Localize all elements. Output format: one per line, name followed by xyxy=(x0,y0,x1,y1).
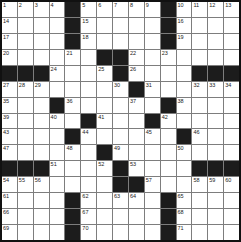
clue-number: 70 xyxy=(82,225,88,232)
cell-r11c11[interactable] xyxy=(177,177,192,192)
cell-r3c8[interactable]: 22 xyxy=(129,50,144,65)
clue-number: 58 xyxy=(193,177,199,184)
cell-r14c13[interactable] xyxy=(208,225,223,240)
clue-number: 62 xyxy=(82,193,88,200)
cell-r6c2[interactable] xyxy=(34,98,49,113)
cell-r0c2[interactable]: 3 xyxy=(34,2,49,17)
cell-r7c11[interactable] xyxy=(177,114,192,129)
cell-r9c3[interactable] xyxy=(50,145,65,160)
cell-r12c8[interactable]: 64 xyxy=(129,193,144,208)
clue-number: 31 xyxy=(146,82,152,89)
block-cell-r10c13 xyxy=(208,161,223,176)
cell-r6c11[interactable]: 38 xyxy=(177,98,192,113)
cell-r8c8[interactable] xyxy=(129,129,144,144)
block-cell-r11c8 xyxy=(129,177,144,192)
cell-r4c3[interactable]: 24 xyxy=(50,66,65,81)
clue-number: 12 xyxy=(209,2,215,9)
clue-number: 59 xyxy=(209,177,215,184)
clue-number: 33 xyxy=(209,82,215,89)
clue-number: 24 xyxy=(51,66,57,73)
clue-number: 65 xyxy=(178,193,184,200)
clue-number: 13 xyxy=(225,2,231,9)
cell-r5c10[interactable] xyxy=(161,82,176,97)
clue-number: 64 xyxy=(130,193,136,200)
clue-number: 38 xyxy=(178,98,184,105)
cell-r5c7[interactable]: 30 xyxy=(113,82,128,97)
block-cell-r10c12 xyxy=(192,161,207,176)
cell-r6c14[interactable] xyxy=(224,98,239,113)
block-cell-r10c1 xyxy=(18,161,33,176)
cell-r8c6[interactable] xyxy=(97,129,112,144)
cell-r1c8[interactable] xyxy=(129,18,144,33)
cell-r11c0[interactable]: 54 xyxy=(2,177,17,192)
cell-r14c3[interactable] xyxy=(50,225,65,240)
clue-number: 39 xyxy=(3,114,9,121)
cell-r13c0[interactable]: 66 xyxy=(2,209,17,224)
cell-r9c0[interactable]: 47 xyxy=(2,145,17,160)
cell-r14c5[interactable]: 70 xyxy=(81,225,96,240)
cell-r5c0[interactable]: 27 xyxy=(2,82,17,97)
cell-r13c2[interactable] xyxy=(34,209,49,224)
clue-number: 44 xyxy=(82,129,88,136)
clue-number: 19 xyxy=(178,34,184,41)
clue-number: 8 xyxy=(130,2,133,9)
clue-number: 11 xyxy=(193,2,199,9)
clue-number: 28 xyxy=(19,82,25,89)
block-cell-r4c0 xyxy=(2,66,17,81)
cell-r8c2[interactable] xyxy=(34,129,49,144)
cell-r11c12[interactable]: 58 xyxy=(192,177,207,192)
cell-r3c4[interactable]: 21 xyxy=(65,50,80,65)
clue-number: 6 xyxy=(98,2,101,9)
clue-number: 53 xyxy=(130,161,136,168)
cell-r1c9[interactable] xyxy=(145,18,160,33)
block-cell-r7c9 xyxy=(145,114,160,129)
block-cell-r14c10 xyxy=(161,225,176,240)
cell-r1c11[interactable]: 16 xyxy=(177,18,192,33)
cell-r13c14[interactable] xyxy=(224,209,239,224)
cell-r1c13[interactable] xyxy=(208,18,223,33)
clue-number: 55 xyxy=(19,177,25,184)
cell-r1c3[interactable] xyxy=(50,18,65,33)
block-cell-r0c10 xyxy=(161,2,176,17)
cell-r14c8[interactable] xyxy=(129,225,144,240)
cell-r5c13[interactable]: 33 xyxy=(208,82,223,97)
clue-number: 51 xyxy=(51,161,57,168)
cell-r6c9[interactable] xyxy=(145,98,160,113)
cell-r10c9[interactable] xyxy=(145,161,160,176)
cell-r5c5[interactable] xyxy=(81,82,96,97)
block-cell-r8c4 xyxy=(65,129,80,144)
cell-r8c1[interactable] xyxy=(18,129,33,144)
cell-r3c1[interactable] xyxy=(18,50,33,65)
clue-number: 41 xyxy=(98,114,104,121)
cell-r3c14[interactable] xyxy=(224,50,239,65)
cell-r12c0[interactable]: 61 xyxy=(2,193,17,208)
cell-r0c1[interactable]: 2 xyxy=(18,2,33,17)
cell-r12c7[interactable]: 63 xyxy=(113,193,128,208)
cell-r9c7[interactable]: 49 xyxy=(113,145,128,160)
clue-number: 49 xyxy=(114,145,120,152)
cell-r3c12[interactable] xyxy=(192,50,207,65)
clue-number: 37 xyxy=(130,98,136,105)
cell-r1c7[interactable] xyxy=(113,18,128,33)
clue-number: 4 xyxy=(51,2,54,9)
cell-r10c5[interactable] xyxy=(81,161,96,176)
cell-r7c4[interactable] xyxy=(65,114,80,129)
cell-r11c14[interactable]: 60 xyxy=(224,177,239,192)
cell-r9c4[interactable]: 48 xyxy=(65,145,80,160)
cell-r5c2[interactable]: 29 xyxy=(34,82,49,97)
cell-r10c11[interactable] xyxy=(177,161,192,176)
clue-number: 61 xyxy=(3,193,9,200)
clue-number: 42 xyxy=(162,114,168,121)
clue-number: 16 xyxy=(178,18,184,25)
cell-r2c9[interactable] xyxy=(145,34,160,49)
cell-r6c6[interactable] xyxy=(97,98,112,113)
block-cell-r5c8 xyxy=(129,82,144,97)
block-cell-r3c7 xyxy=(113,50,128,65)
block-cell-r13c10 xyxy=(161,209,176,224)
clue-number: 30 xyxy=(114,82,120,89)
crossword-grid: 1234567891011121314151617181920212223242… xyxy=(0,0,241,242)
cell-r10c10[interactable] xyxy=(161,161,176,176)
clue-number: 34 xyxy=(225,82,231,89)
clue-number: 32 xyxy=(193,82,199,89)
clue-number: 17 xyxy=(3,34,9,41)
clue-number: 9 xyxy=(146,2,149,9)
cell-r5c1[interactable]: 28 xyxy=(18,82,33,97)
cell-r0c8[interactable]: 8 xyxy=(129,2,144,17)
cell-r12c5[interactable]: 62 xyxy=(81,193,96,208)
cell-r0c5[interactable]: 5 xyxy=(81,2,96,17)
cell-r4c8[interactable]: 26 xyxy=(129,66,144,81)
cell-r3c9[interactable] xyxy=(145,50,160,65)
cell-r9c2[interactable] xyxy=(34,145,49,160)
cell-r12c14[interactable] xyxy=(224,193,239,208)
block-cell-r9c6 xyxy=(97,145,112,160)
block-cell-r10c7 xyxy=(113,161,128,176)
clue-number: 25 xyxy=(98,66,104,73)
cell-r6c7[interactable] xyxy=(113,98,128,113)
cell-r2c13[interactable] xyxy=(208,34,223,49)
clue-number: 50 xyxy=(178,145,184,152)
cell-r6c1[interactable] xyxy=(18,98,33,113)
clue-number: 10 xyxy=(178,2,184,9)
cell-r8c0[interactable]: 43 xyxy=(2,129,17,144)
cell-r14c12[interactable] xyxy=(192,225,207,240)
cell-r4c9[interactable] xyxy=(145,66,160,81)
cell-r0c9[interactable]: 9 xyxy=(145,2,160,17)
cell-r8c3[interactable] xyxy=(50,129,65,144)
cell-r13c11[interactable]: 68 xyxy=(177,209,192,224)
block-cell-r13c4 xyxy=(65,209,80,224)
cell-r14c0[interactable]: 69 xyxy=(2,225,17,240)
clue-number: 2 xyxy=(19,2,22,9)
cell-r13c3[interactable] xyxy=(50,209,65,224)
cell-r4c11[interactable] xyxy=(177,66,192,81)
cell-r3c5[interactable] xyxy=(81,50,96,65)
cell-r0c11[interactable]: 10 xyxy=(177,2,192,17)
clue-number: 45 xyxy=(146,129,152,136)
cell-r10c4[interactable] xyxy=(65,161,80,176)
clue-number: 56 xyxy=(35,177,41,184)
cell-r14c14[interactable] xyxy=(224,225,239,240)
clue-number: 68 xyxy=(178,209,184,216)
cell-r3c11[interactable] xyxy=(177,50,192,65)
cell-r14c11[interactable]: 71 xyxy=(177,225,192,240)
cell-r13c8[interactable] xyxy=(129,209,144,224)
clue-number: 22 xyxy=(130,50,136,57)
cell-r8c9[interactable]: 45 xyxy=(145,129,160,144)
cell-r2c2[interactable] xyxy=(34,34,49,49)
clue-number: 48 xyxy=(66,145,72,152)
cell-r0c6[interactable]: 6 xyxy=(97,2,112,17)
cell-r2c3[interactable] xyxy=(50,34,65,49)
cell-r5c11[interactable] xyxy=(177,82,192,97)
cell-r2c14[interactable] xyxy=(224,34,239,49)
clue-number: 1 xyxy=(3,2,6,9)
cell-r12c1[interactable] xyxy=(18,193,33,208)
clue-number: 46 xyxy=(193,129,199,136)
cell-r6c5[interactable] xyxy=(81,98,96,113)
block-cell-r0c4 xyxy=(65,2,80,17)
cell-r10c6[interactable]: 52 xyxy=(97,161,112,176)
clue-number: 40 xyxy=(51,114,57,121)
cell-r5c12[interactable]: 32 xyxy=(192,82,207,97)
clue-number: 21 xyxy=(66,50,72,57)
cell-r12c11[interactable]: 65 xyxy=(177,193,192,208)
cell-r7c2[interactable] xyxy=(34,114,49,129)
cell-r14c2[interactable] xyxy=(34,225,49,240)
cell-r8c5[interactable]: 44 xyxy=(81,129,96,144)
cell-r9c10[interactable] xyxy=(161,145,176,160)
cell-r13c13[interactable] xyxy=(208,209,223,224)
block-cell-r4c7 xyxy=(113,66,128,81)
cell-r7c1[interactable] xyxy=(18,114,33,129)
block-cell-r7c5 xyxy=(81,114,96,129)
block-cell-r1c10 xyxy=(161,18,176,33)
cell-r6c12[interactable] xyxy=(192,98,207,113)
cell-r13c5[interactable]: 67 xyxy=(81,209,96,224)
block-cell-r4c2 xyxy=(34,66,49,81)
block-cell-r3c6 xyxy=(97,50,112,65)
cell-r12c2[interactable] xyxy=(34,193,49,208)
clue-number: 63 xyxy=(114,193,120,200)
block-cell-r4c12 xyxy=(192,66,207,81)
clue-number: 18 xyxy=(82,34,88,41)
cell-r12c6[interactable] xyxy=(97,193,112,208)
block-cell-r12c4 xyxy=(65,193,80,208)
cell-r2c12[interactable] xyxy=(192,34,207,49)
cell-r3c13[interactable] xyxy=(208,50,223,65)
block-cell-r10c0 xyxy=(2,161,17,176)
block-cell-r6c3 xyxy=(50,98,65,113)
cell-r2c0[interactable]: 17 xyxy=(2,34,17,49)
cell-r7c3[interactable]: 40 xyxy=(50,114,65,129)
clue-number: 26 xyxy=(130,66,136,73)
clue-number: 3 xyxy=(35,2,38,9)
cell-r6c13[interactable] xyxy=(208,98,223,113)
cell-r0c3[interactable]: 4 xyxy=(50,2,65,17)
cell-r1c5[interactable]: 15 xyxy=(81,18,96,33)
cell-r11c10[interactable] xyxy=(161,177,176,192)
crossword-puzzle: 1234567891011121314151617181920212223242… xyxy=(0,0,241,242)
clue-number: 5 xyxy=(82,2,85,9)
cell-r5c4[interactable] xyxy=(65,82,80,97)
clue-number: 67 xyxy=(82,209,88,216)
cell-r11c5[interactable] xyxy=(81,177,96,192)
cell-r1c2[interactable] xyxy=(34,18,49,33)
block-cell-r4c1 xyxy=(18,66,33,81)
cell-r2c8[interactable] xyxy=(129,34,144,49)
cell-r7c10[interactable]: 42 xyxy=(161,114,176,129)
cell-r5c3[interactable] xyxy=(50,82,65,97)
cell-r8c13[interactable] xyxy=(208,129,223,144)
cell-r0c13[interactable]: 12 xyxy=(208,2,223,17)
cell-r5c14[interactable]: 34 xyxy=(224,82,239,97)
clue-number: 14 xyxy=(3,18,9,25)
block-cell-r4c13 xyxy=(208,66,223,81)
clue-number: 69 xyxy=(3,225,9,232)
cell-r4c5[interactable] xyxy=(81,66,96,81)
cell-r14c6[interactable] xyxy=(97,225,112,240)
cell-r14c1[interactable] xyxy=(18,225,33,240)
cell-r13c1[interactable] xyxy=(18,209,33,224)
cell-r2c5[interactable]: 18 xyxy=(81,34,96,49)
cell-r9c9[interactable] xyxy=(145,145,160,160)
cell-r12c13[interactable] xyxy=(208,193,223,208)
cell-r9c5[interactable] xyxy=(81,145,96,160)
cell-r4c4[interactable] xyxy=(65,66,80,81)
cell-r13c6[interactable] xyxy=(97,209,112,224)
cell-r8c10[interactable] xyxy=(161,129,176,144)
cell-r4c10[interactable] xyxy=(161,66,176,81)
clue-number: 47 xyxy=(3,145,9,152)
cell-r11c3[interactable] xyxy=(50,177,65,192)
clue-number: 57 xyxy=(146,177,152,184)
cell-r2c11[interactable]: 19 xyxy=(177,34,192,49)
cell-r13c9[interactable] xyxy=(145,209,160,224)
clue-number: 60 xyxy=(225,177,231,184)
cell-r14c9[interactable] xyxy=(145,225,160,240)
cell-r3c0[interactable]: 20 xyxy=(2,50,17,65)
cell-r0c0[interactable]: 1 xyxy=(2,2,17,17)
cell-r7c6[interactable]: 41 xyxy=(97,114,112,129)
cell-r3c10[interactable]: 23 xyxy=(161,50,176,65)
cell-r7c0[interactable]: 39 xyxy=(2,114,17,129)
block-cell-r6c10 xyxy=(161,98,176,113)
block-cell-r2c10 xyxy=(161,34,176,49)
cell-r6c8[interactable]: 37 xyxy=(129,98,144,113)
cell-r11c6[interactable] xyxy=(97,177,112,192)
block-cell-r11c7 xyxy=(113,177,128,192)
cell-r7c12[interactable] xyxy=(192,114,207,129)
clue-number: 66 xyxy=(3,209,9,216)
cell-r1c6[interactable] xyxy=(97,18,112,33)
cell-r0c14[interactable]: 13 xyxy=(224,2,239,17)
cell-r9c14[interactable] xyxy=(224,145,239,160)
block-cell-r4c14 xyxy=(224,66,239,81)
cell-r8c14[interactable] xyxy=(224,129,239,144)
clue-number: 7 xyxy=(114,2,117,9)
clue-number: 29 xyxy=(35,82,41,89)
cell-r9c8[interactable] xyxy=(129,145,144,160)
block-cell-r1c4 xyxy=(65,18,80,33)
clue-number: 15 xyxy=(82,18,88,25)
cell-r8c7[interactable] xyxy=(113,129,128,144)
cell-r9c1[interactable] xyxy=(18,145,33,160)
cell-r12c12[interactable] xyxy=(192,193,207,208)
cell-r11c9[interactable]: 57 xyxy=(145,177,160,192)
cell-r13c12[interactable] xyxy=(192,209,207,224)
block-cell-r8c11 xyxy=(177,129,192,144)
block-cell-r10c2 xyxy=(34,161,49,176)
cell-r13c7[interactable] xyxy=(113,209,128,224)
cell-r11c2[interactable]: 56 xyxy=(34,177,49,192)
cell-r10c3[interactable]: 51 xyxy=(50,161,65,176)
clue-number: 23 xyxy=(162,50,168,57)
cell-r0c12[interactable]: 11 xyxy=(192,2,207,17)
cell-r9c11[interactable]: 50 xyxy=(177,145,192,160)
block-cell-r12c10 xyxy=(161,193,176,208)
cell-r11c1[interactable]: 55 xyxy=(18,177,33,192)
cell-r7c8[interactable] xyxy=(129,114,144,129)
clue-number: 20 xyxy=(3,50,9,57)
cell-r12c3[interactable] xyxy=(50,193,65,208)
cell-r8c12[interactable]: 46 xyxy=(192,129,207,144)
cell-r1c14[interactable] xyxy=(224,18,239,33)
cell-r9c13[interactable] xyxy=(208,145,223,160)
clue-number: 52 xyxy=(98,161,104,168)
cell-r10c8[interactable]: 53 xyxy=(129,161,144,176)
cell-r3c3[interactable] xyxy=(50,50,65,65)
clue-number: 35 xyxy=(3,98,9,105)
cell-r14c7[interactable] xyxy=(113,225,128,240)
block-cell-r14c4 xyxy=(65,225,80,240)
cell-r11c13[interactable]: 59 xyxy=(208,177,223,192)
cell-r1c0[interactable]: 14 xyxy=(2,18,17,33)
cell-r5c9[interactable]: 31 xyxy=(145,82,160,97)
cell-r6c0[interactable]: 35 xyxy=(2,98,17,113)
cell-r12c9[interactable] xyxy=(145,193,160,208)
cell-r7c7[interactable] xyxy=(113,114,128,129)
cell-r4c6[interactable]: 25 xyxy=(97,66,112,81)
cell-r3c2[interactable] xyxy=(34,50,49,65)
cell-r2c1[interactable] xyxy=(18,34,33,49)
block-cell-r10c14 xyxy=(224,161,239,176)
cell-r2c7[interactable] xyxy=(113,34,128,49)
cell-r7c14[interactable] xyxy=(224,114,239,129)
clue-number: 71 xyxy=(178,225,184,232)
block-cell-r2c4 xyxy=(65,34,80,49)
cell-r6c4[interactable]: 36 xyxy=(65,98,80,113)
cell-r1c1[interactable] xyxy=(18,18,33,33)
cell-r9c12[interactable] xyxy=(192,145,207,160)
cell-r2c6[interactable] xyxy=(97,34,112,49)
cell-r7c13[interactable] xyxy=(208,114,223,129)
cell-r1c12[interactable] xyxy=(192,18,207,33)
cell-r0c7[interactable]: 7 xyxy=(113,2,128,17)
clue-number: 43 xyxy=(3,129,9,136)
cell-r5c6[interactable] xyxy=(97,82,112,97)
clue-number: 36 xyxy=(66,98,72,105)
clue-number: 54 xyxy=(3,177,9,184)
clue-number: 27 xyxy=(3,82,9,89)
cell-r11c4[interactable] xyxy=(65,177,80,192)
